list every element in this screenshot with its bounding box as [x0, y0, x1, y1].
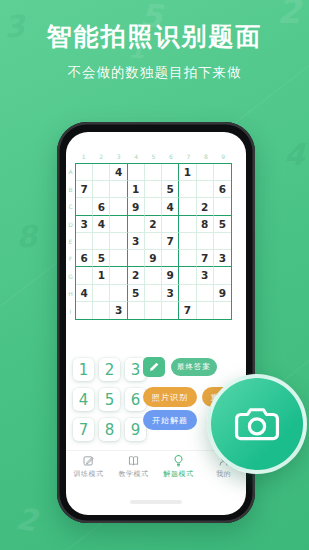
sudoku-cell[interactable]: 9	[128, 198, 145, 215]
row-label: B	[66, 186, 75, 193]
numpad-key-2[interactable]: 2	[99, 358, 120, 381]
sudoku-cell[interactable]: 9	[162, 267, 179, 284]
row-label: E	[66, 238, 75, 245]
sudoku-cell[interactable]: 3	[214, 250, 231, 267]
sudoku-cell[interactable]: 1	[128, 181, 145, 198]
sudoku-cell[interactable]	[214, 233, 231, 250]
sudoku-cell[interactable]	[145, 164, 162, 181]
numpad-key-1[interactable]: 1	[73, 358, 94, 381]
numpad-key-7[interactable]: 7	[73, 418, 94, 441]
sudoku-cell[interactable]	[93, 285, 110, 302]
sudoku-cell[interactable]	[179, 250, 196, 267]
sudoku-cell[interactable]: 6	[93, 198, 110, 215]
sudoku-cell[interactable]	[179, 285, 196, 302]
row-label: A	[66, 168, 75, 175]
column-label: 5	[145, 153, 162, 160]
sudoku-cell[interactable]: 6	[76, 250, 93, 267]
lightbulb-icon	[172, 454, 185, 467]
sudoku-cell[interactable]	[128, 216, 145, 233]
sudoku-cell[interactable]	[110, 285, 127, 302]
sudoku-cell[interactable]	[179, 267, 196, 284]
sudoku-cell[interactable]: 5	[128, 285, 145, 302]
tab-label: 教学模式	[119, 469, 149, 479]
camera-icon	[234, 405, 280, 443]
sudoku-cell[interactable]	[93, 233, 110, 250]
sudoku-cell[interactable]: 4	[110, 164, 127, 181]
sudoku-cell[interactable]	[76, 164, 93, 181]
sudoku-cell[interactable]: 1	[93, 267, 110, 284]
pen-icon	[148, 361, 160, 373]
sudoku-board[interactable]: 41715669423428537659731293453937	[75, 163, 232, 320]
sudoku-cell[interactable]: 3	[110, 302, 127, 319]
sudoku-cell[interactable]	[162, 164, 179, 181]
row-label: G	[66, 273, 75, 280]
sudoku-cell[interactable]: 3	[162, 285, 179, 302]
column-label: 4	[127, 153, 144, 160]
sudoku-cell[interactable]	[162, 302, 179, 319]
numpad-key-8[interactable]: 8	[99, 418, 120, 441]
sudoku-cell[interactable]: 9	[214, 285, 231, 302]
sudoku-cell[interactable]: 5	[93, 250, 110, 267]
sudoku-cell[interactable]	[76, 267, 93, 284]
sudoku-cell[interactable]	[197, 181, 214, 198]
row-label: I	[66, 308, 75, 315]
sudoku-column-labels: 123456789	[75, 150, 232, 163]
start-solving-button[interactable]: 开始解题	[143, 410, 197, 430]
sudoku-cell[interactable]: 3	[128, 233, 145, 250]
sudoku-board-area: 123456789 ABCDEFGHI 41715669423428537659…	[66, 150, 232, 320]
sudoku-cell[interactable]	[128, 250, 145, 267]
sudoku-cell[interactable]: 5	[162, 181, 179, 198]
column-label: 3	[110, 153, 127, 160]
photo-recognition-button[interactable]: 照片识别	[143, 387, 197, 407]
sudoku-cell[interactable]	[162, 216, 179, 233]
sudoku-cell[interactable]	[145, 233, 162, 250]
sudoku-cell[interactable]	[145, 285, 162, 302]
sudoku-cell[interactable]	[110, 198, 127, 215]
sudoku-cell[interactable]	[214, 302, 231, 319]
sudoku-cell[interactable]	[214, 198, 231, 215]
sudoku-cell[interactable]	[110, 250, 127, 267]
column-label: 8	[197, 153, 214, 160]
sudoku-cell[interactable]	[162, 250, 179, 267]
row-label: H	[66, 290, 75, 297]
column-label: 7	[180, 153, 197, 160]
sudoku-cell[interactable]	[179, 216, 196, 233]
column-label: 9	[215, 153, 232, 160]
sudoku-cell[interactable]	[145, 302, 162, 319]
tab-item-2[interactable]: 教学模式	[111, 451, 156, 482]
tab-item-3[interactable]: 解题模式	[156, 451, 201, 482]
sudoku-cell[interactable]: 9	[145, 250, 162, 267]
promo-screen: 3521842 智能拍照识别题面 不会做的数独题目拍下来做 123456789 …	[0, 0, 309, 550]
numpad-key-4[interactable]: 4	[73, 388, 94, 411]
sudoku-cell[interactable]	[214, 164, 231, 181]
sudoku-cell[interactable]: 8	[197, 216, 214, 233]
sudoku-cell[interactable]	[179, 198, 196, 215]
row-label: D	[66, 221, 75, 228]
page-subtitle: 不会做的数独题目拍下来做	[0, 64, 309, 82]
sudoku-cell[interactable]	[76, 233, 93, 250]
sudoku-cell[interactable]	[110, 233, 127, 250]
sudoku-cell[interactable]: 7	[179, 302, 196, 319]
sudoku-cell[interactable]: 3	[76, 216, 93, 233]
sudoku-cell[interactable]	[76, 302, 93, 319]
sudoku-cell[interactable]: 5	[214, 216, 231, 233]
tab-item-1[interactable]: 训练模式	[66, 451, 111, 482]
sudoku-cell[interactable]	[145, 267, 162, 284]
sudoku-cell[interactable]	[110, 267, 127, 284]
numpad-key-5[interactable]: 5	[99, 388, 120, 411]
sudoku-cell[interactable]	[197, 233, 214, 250]
sudoku-cell[interactable]	[197, 302, 214, 319]
background-digit: 8	[15, 221, 38, 252]
sudoku-cell[interactable]: 7	[76, 181, 93, 198]
row-label: C	[66, 203, 75, 210]
sudoku-cell[interactable]: 7	[197, 250, 214, 267]
page-title: 智能拍照识别题面	[0, 20, 309, 53]
sudoku-cell[interactable]	[93, 164, 110, 181]
sudoku-cell[interactable]	[76, 198, 93, 215]
sudoku-cell[interactable]	[93, 302, 110, 319]
book-icon	[127, 454, 140, 467]
final-answer-button[interactable]: 最终答案	[171, 358, 217, 376]
tab-label: 解题模式	[164, 469, 194, 479]
sudoku-cell[interactable]: 7	[162, 233, 179, 250]
sudoku-cell[interactable]	[179, 181, 196, 198]
sudoku-cell[interactable]: 4	[162, 198, 179, 215]
pen-tool-button[interactable]	[143, 357, 165, 377]
sudoku-cell[interactable]: 2	[145, 216, 162, 233]
sudoku-cell[interactable]: 4	[76, 285, 93, 302]
sudoku-cell[interactable]: 6	[214, 181, 231, 198]
sudoku-cell[interactable]	[214, 267, 231, 284]
column-label: 1	[75, 153, 92, 160]
sudoku-cell[interactable]: 4	[93, 216, 110, 233]
sudoku-row-labels: ABCDEFGHI	[66, 163, 75, 320]
sudoku-cell[interactable]	[197, 164, 214, 181]
tab-label: 我的	[216, 469, 231, 479]
pencil-square-icon	[82, 454, 95, 467]
sudoku-cell[interactable]	[128, 302, 145, 319]
column-label: 6	[162, 153, 179, 160]
number-pad: 123456789	[73, 358, 146, 441]
sudoku-cell[interactable]: 2	[197, 198, 214, 215]
sudoku-cell[interactable]: 1	[179, 164, 196, 181]
sudoku-cell[interactable]	[110, 216, 127, 233]
background-digit: 2	[14, 504, 39, 537]
sudoku-cell[interactable]	[110, 181, 127, 198]
sudoku-cell[interactable]	[197, 285, 214, 302]
sudoku-cell[interactable]	[93, 181, 110, 198]
column-label: 2	[92, 153, 109, 160]
home-indicator	[130, 500, 182, 504]
sudoku-cell[interactable]	[128, 164, 145, 181]
sudoku-cell[interactable]: 2	[128, 267, 145, 284]
tab-label: 训练模式	[74, 469, 104, 479]
sudoku-cell[interactable]	[145, 181, 162, 198]
sudoku-cell[interactable]	[145, 198, 162, 215]
camera-button[interactable]	[207, 374, 307, 474]
sudoku-cell[interactable]: 3	[197, 267, 214, 284]
sudoku-cell[interactable]	[179, 233, 196, 250]
background-digit: 4	[284, 140, 305, 170]
row-label: F	[66, 255, 75, 262]
